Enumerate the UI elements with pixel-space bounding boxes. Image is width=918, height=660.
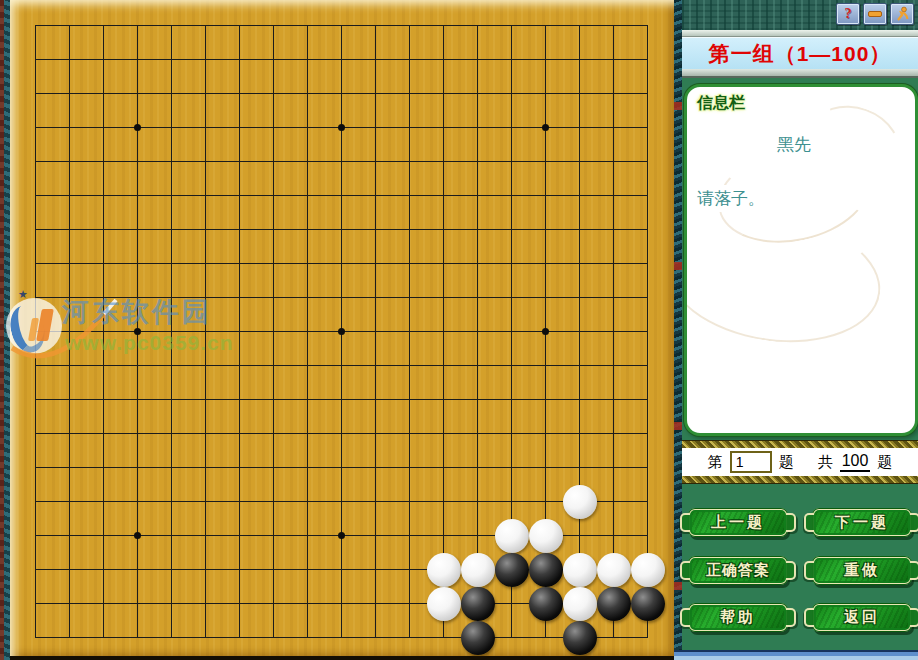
white-stone — [631, 553, 665, 587]
move-prompt: 请落子。 — [695, 185, 773, 212]
sidebar: ? 第一组（1—100） 信息栏 黑先 请落子。 — [674, 0, 918, 660]
group-title: 第一组（1—100） — [682, 37, 918, 70]
white-stone — [563, 587, 597, 621]
black-stone — [461, 587, 495, 621]
redo-button[interactable]: 重做 — [812, 556, 912, 585]
board-area — [0, 0, 674, 660]
prev-problem-button[interactable]: 上一题 — [688, 508, 788, 537]
problem-number-input[interactable] — [730, 451, 772, 473]
correct-answer-button[interactable]: 正确答案 — [688, 556, 788, 585]
exit-button[interactable] — [890, 3, 914, 25]
white-stone — [427, 553, 461, 587]
star-point — [338, 328, 345, 335]
question-icon: ? — [845, 6, 852, 22]
help-titlebar-button[interactable]: ? — [836, 3, 860, 25]
sidebar-left-frame — [674, 0, 682, 660]
bevel-strip-top — [682, 30, 918, 37]
turn-indicator: 黑先 — [735, 131, 817, 158]
star-point — [542, 124, 549, 131]
gold-trim — [682, 440, 918, 448]
sketch-decor — [684, 203, 889, 356]
back-button[interactable]: 返回 — [812, 603, 912, 632]
star-point — [338, 532, 345, 539]
black-stone — [597, 587, 631, 621]
black-stone — [529, 587, 563, 621]
minimize-button[interactable] — [863, 3, 887, 25]
next-problem-button[interactable]: 下一题 — [812, 508, 912, 537]
gold-trim — [682, 476, 918, 484]
black-stone — [529, 553, 563, 587]
black-stone — [495, 553, 529, 587]
bevel-strip-bottom — [682, 69, 918, 78]
bottom-edge-strip — [674, 650, 918, 660]
star-point — [338, 124, 345, 131]
star-point — [134, 328, 141, 335]
black-stone — [461, 621, 495, 655]
problem-counter: 第 题 共 100 题 — [682, 440, 918, 482]
counter-total-suffix: 题 — [877, 453, 892, 472]
person-icon — [894, 6, 910, 22]
help-button[interactable]: 帮助 — [688, 603, 788, 632]
white-stone — [461, 553, 495, 587]
window: ★ 河东软件园 www.pc0359.cn ? — [0, 0, 918, 660]
white-stone — [563, 553, 597, 587]
counter-total-prefix: 共 — [818, 453, 833, 472]
star-point — [134, 532, 141, 539]
black-stone — [631, 587, 665, 621]
white-stone — [529, 519, 563, 553]
minimize-icon — [868, 11, 882, 17]
white-stone — [597, 553, 631, 587]
info-panel: 信息栏 黑先 请落子。 — [684, 84, 918, 436]
counter-mid: 题 — [779, 453, 794, 472]
black-stone — [563, 621, 597, 655]
white-stone — [495, 519, 529, 553]
titlebar: ? — [682, 0, 918, 30]
star-point — [542, 328, 549, 335]
white-stone — [563, 485, 597, 519]
counter-total: 100 — [840, 452, 871, 472]
star-point — [134, 124, 141, 131]
white-stone — [427, 587, 461, 621]
info-panel-label: 信息栏 — [697, 93, 745, 114]
counter-prefix: 第 — [708, 453, 723, 472]
go-board[interactable] — [35, 25, 648, 638]
